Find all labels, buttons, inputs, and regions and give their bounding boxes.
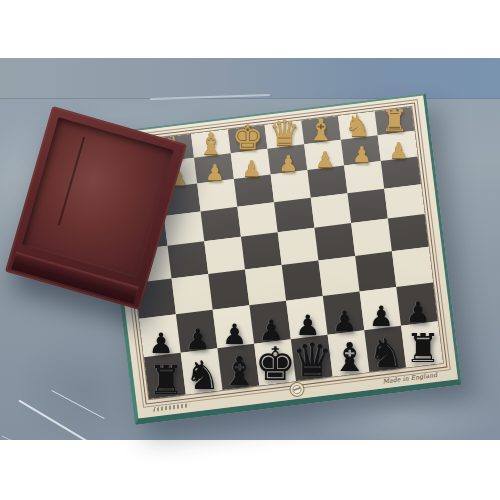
square: ♝ — [217, 344, 259, 390]
piece-black-bishop: ♝ — [331, 340, 367, 377]
square: ♞ — [364, 326, 406, 372]
square — [241, 232, 282, 269]
square — [278, 228, 319, 265]
piece-black-bishop: ♝ — [221, 353, 257, 390]
square — [314, 223, 355, 260]
piece-black-queen: ♛ — [291, 339, 332, 381]
square — [347, 189, 387, 223]
square: ♟ — [213, 305, 254, 348]
piece-white-rook: ♜ — [381, 107, 408, 135]
square — [208, 269, 249, 309]
box-sliding-lid — [22, 117, 174, 278]
piece-black-rook: ♜ — [148, 362, 184, 399]
piece-black-pawn: ♟ — [222, 322, 247, 348]
piece-white-queen: ♛ — [268, 116, 299, 148]
piece-black-king: ♚ — [255, 343, 296, 385]
piece-white-pawn: ♟ — [278, 154, 298, 174]
square — [245, 265, 286, 305]
square: ♛ — [265, 120, 305, 148]
piece-black-knight: ♞ — [368, 335, 404, 372]
piece-black-pawn: ♟ — [369, 304, 394, 330]
square — [201, 207, 241, 241]
square: ♜ — [144, 353, 186, 399]
piece-black-pawn: ♟ — [148, 331, 173, 357]
square — [172, 274, 213, 314]
photo-white-margin-bottom — [0, 440, 500, 500]
square — [204, 237, 245, 274]
square: ♚ — [254, 339, 296, 385]
piece-white-pawn: ♟ — [241, 159, 261, 179]
piece-white-pawn: ♟ — [315, 150, 335, 170]
piece-black-pawn: ♟ — [332, 309, 357, 335]
square: ♟ — [323, 292, 364, 335]
photo-canvas: { "game": "chess", "position": { "fen": … — [0, 0, 500, 500]
square — [388, 214, 429, 251]
square — [318, 256, 359, 296]
piece-black-rook: ♜ — [405, 331, 441, 368]
piece-white-king: ♚ — [232, 121, 263, 153]
piece-white-pawn: ♟ — [352, 145, 372, 165]
square — [168, 241, 209, 278]
square: ♜ — [401, 321, 443, 367]
square — [282, 260, 323, 300]
square — [384, 184, 424, 218]
box-lid-groove — [58, 137, 85, 226]
piece-white-knight: ♞ — [344, 112, 371, 140]
square: ♚ — [228, 125, 268, 153]
square: ♟ — [396, 283, 437, 326]
square — [311, 193, 351, 227]
square: ♝ — [328, 330, 370, 376]
square — [237, 202, 277, 236]
photo-white-margin-top — [0, 0, 500, 58]
square: ♟ — [360, 287, 401, 330]
square: ♛ — [291, 335, 333, 381]
square — [164, 211, 204, 245]
square: ♟ — [139, 314, 180, 357]
piece-white-pawn: ♟ — [205, 163, 225, 183]
piece-white-bishop: ♝ — [308, 116, 335, 144]
square: ♟ — [176, 310, 217, 353]
square — [355, 251, 396, 291]
piece-black-pawn: ♟ — [406, 300, 431, 326]
piece-white-pawn: ♟ — [388, 141, 408, 161]
piece-black-knight: ♞ — [184, 358, 220, 395]
square — [392, 247, 433, 287]
piece-white-bishop: ♝ — [197, 130, 224, 158]
size-stamp-illegible — [153, 403, 189, 411]
square — [274, 198, 314, 232]
square — [351, 219, 392, 256]
piece-black-pawn: ♟ — [185, 327, 210, 353]
square: ♞ — [181, 348, 223, 394]
